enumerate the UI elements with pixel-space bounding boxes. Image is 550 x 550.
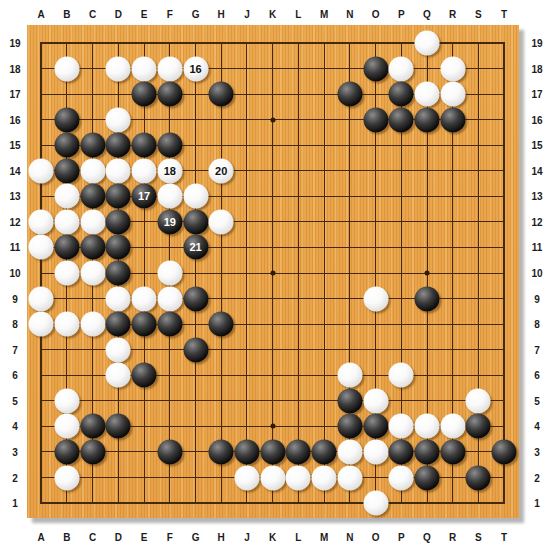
column-label-top: C [89, 9, 96, 20]
black-stone [132, 133, 157, 158]
black-stone [157, 312, 182, 337]
white-stone [337, 363, 362, 388]
move-number-label: 17 [138, 191, 150, 202]
move-number-label: 18 [164, 165, 176, 176]
row-label-right: 12 [531, 216, 542, 227]
white-stone [106, 337, 131, 362]
white-stone [106, 107, 131, 132]
white-stone-move-20: 20 [209, 158, 234, 183]
white-stone [54, 312, 79, 337]
black-stone [286, 439, 311, 464]
black-stone [492, 439, 517, 464]
column-label-top: D [115, 9, 122, 20]
column-label-top: O [372, 9, 380, 20]
black-stone [80, 235, 105, 260]
column-label-top: S [475, 9, 482, 20]
column-label-bottom: G [192, 532, 200, 543]
black-stone [440, 107, 465, 132]
black-stone [106, 209, 131, 234]
row-label-right: 15 [531, 140, 542, 151]
white-stone [54, 465, 79, 490]
white-stone [440, 414, 465, 439]
column-label-bottom: E [141, 532, 148, 543]
white-stone [54, 261, 79, 286]
black-stone [337, 414, 362, 439]
column-label-top: A [38, 9, 45, 20]
row-label-right: 4 [534, 421, 540, 432]
row-label-left: 19 [9, 38, 20, 49]
black-stone [415, 439, 440, 464]
black-stone [106, 312, 131, 337]
white-stone [363, 388, 388, 413]
row-label-right: 11 [532, 242, 543, 253]
row-label-right: 16 [531, 114, 542, 125]
row-label-left: 1 [12, 498, 18, 509]
black-stone [54, 158, 79, 183]
white-stone [80, 312, 105, 337]
black-stone [209, 312, 234, 337]
black-stone [389, 107, 414, 132]
row-label-right: 9 [534, 293, 540, 304]
white-stone [440, 56, 465, 81]
row-label-left: 6 [12, 370, 18, 381]
black-stone [466, 465, 491, 490]
white-stone [106, 363, 131, 388]
black-stone [337, 82, 362, 107]
column-label-bottom: D [115, 532, 122, 543]
grid-line-horizontal [40, 400, 505, 401]
column-label-top: R [449, 9, 456, 20]
column-label-top: E [141, 9, 148, 20]
grid-line-vertical [298, 42, 299, 504]
white-stone [106, 158, 131, 183]
white-stone [337, 465, 362, 490]
column-label-bottom: S [475, 532, 482, 543]
row-label-left: 3 [12, 446, 18, 457]
black-stone [106, 235, 131, 260]
white-stone [157, 261, 182, 286]
white-stone [132, 56, 157, 81]
column-label-bottom: N [346, 532, 353, 543]
column-label-bottom: K [269, 532, 276, 543]
white-stone [389, 414, 414, 439]
white-stone [29, 209, 54, 234]
row-label-left: 17 [9, 89, 20, 100]
black-stone [54, 235, 79, 260]
move-number-label: 20 [215, 165, 227, 176]
row-label-right: 13 [531, 191, 542, 202]
column-label-bottom: R [449, 532, 456, 543]
white-stone [80, 158, 105, 183]
column-label-bottom: F [167, 532, 173, 543]
column-label-top: M [320, 9, 328, 20]
column-label-bottom: Q [423, 532, 431, 543]
row-label-right: 17 [531, 89, 542, 100]
white-stone [312, 465, 337, 490]
row-label-left: 18 [9, 63, 20, 74]
black-stone [132, 82, 157, 107]
row-label-left: 8 [12, 319, 18, 330]
white-stone [389, 56, 414, 81]
black-stone [363, 107, 388, 132]
white-stone [132, 158, 157, 183]
white-stone [54, 388, 79, 413]
black-stone [337, 388, 362, 413]
grid-line-vertical [324, 42, 325, 504]
black-stone [183, 286, 208, 311]
column-label-top: T [501, 9, 507, 20]
row-label-right: 8 [534, 319, 540, 330]
white-stone [363, 286, 388, 311]
black-stone [209, 82, 234, 107]
row-label-right: 5 [534, 395, 540, 406]
star-point [270, 271, 275, 276]
white-stone [415, 31, 440, 56]
white-stone [209, 209, 234, 234]
row-label-left: 5 [12, 395, 18, 406]
white-stone [415, 414, 440, 439]
white-stone [80, 209, 105, 234]
column-label-bottom: T [501, 532, 507, 543]
column-label-bottom: H [218, 532, 225, 543]
go-board-diagram: AABBCCDDEEFFGGHHJJKKLLMMNNOOPPQQRRSSTT19… [0, 0, 550, 550]
black-stone [54, 107, 79, 132]
white-stone [389, 363, 414, 388]
star-point [425, 271, 430, 276]
black-stone [415, 465, 440, 490]
row-label-right: 19 [531, 38, 542, 49]
row-label-right: 6 [534, 370, 540, 381]
black-stone [132, 363, 157, 388]
row-label-left: 14 [9, 165, 20, 176]
column-label-bottom: M [320, 532, 328, 543]
white-stone [80, 261, 105, 286]
white-stone [337, 439, 362, 464]
grid-line-horizontal [40, 502, 505, 504]
black-stone [132, 312, 157, 337]
black-stone [183, 337, 208, 362]
row-label-left: 13 [9, 191, 20, 202]
white-stone [157, 56, 182, 81]
black-stone-move-21: 21 [183, 235, 208, 260]
white-stone [363, 439, 388, 464]
black-stone [389, 439, 414, 464]
black-stone [80, 414, 105, 439]
row-label-right: 10 [531, 268, 542, 279]
row-label-right: 7 [534, 344, 540, 355]
black-stone [363, 414, 388, 439]
row-label-left: 12 [9, 216, 20, 227]
white-stone [54, 209, 79, 234]
black-stone [260, 439, 285, 464]
row-label-left: 4 [12, 421, 18, 432]
black-stone-move-19: 19 [157, 209, 182, 234]
black-stone [389, 82, 414, 107]
white-stone [54, 184, 79, 209]
row-label-right: 18 [531, 63, 542, 74]
white-stone [29, 158, 54, 183]
column-label-top: H [218, 9, 225, 20]
move-number-label: 16 [189, 63, 201, 74]
white-stone [157, 184, 182, 209]
black-stone [363, 56, 388, 81]
black-stone [312, 439, 337, 464]
row-label-left: 2 [12, 472, 18, 483]
white-stone [260, 465, 285, 490]
row-label-right: 3 [534, 446, 540, 457]
black-stone [80, 439, 105, 464]
black-stone [157, 82, 182, 107]
row-label-left: 11 [10, 242, 21, 253]
white-stone [466, 388, 491, 413]
black-stone [80, 133, 105, 158]
white-stone-move-18: 18 [157, 158, 182, 183]
row-label-left: 15 [9, 140, 20, 151]
row-label-left: 7 [12, 344, 18, 355]
column-label-top: K [269, 9, 276, 20]
white-stone [363, 491, 388, 516]
white-stone [29, 286, 54, 311]
column-label-top: J [244, 9, 250, 20]
white-stone [286, 465, 311, 490]
move-number-label: 19 [164, 216, 176, 227]
row-label-right: 14 [531, 165, 542, 176]
black-stone [234, 439, 259, 464]
column-label-top: P [398, 9, 405, 20]
white-stone [29, 235, 54, 260]
row-label-left: 9 [12, 293, 18, 304]
column-label-bottom: P [398, 532, 405, 543]
column-label-top: L [295, 9, 301, 20]
white-stone-move-16: 16 [183, 56, 208, 81]
black-stone [415, 107, 440, 132]
black-stone [80, 184, 105, 209]
black-stone [440, 439, 465, 464]
white-stone [415, 82, 440, 107]
column-label-bottom: J [244, 532, 250, 543]
move-number-label: 21 [189, 242, 201, 253]
white-stone [440, 82, 465, 107]
column-label-top: N [346, 9, 353, 20]
black-stone [466, 414, 491, 439]
white-stone [157, 286, 182, 311]
column-label-bottom: L [295, 532, 301, 543]
column-label-bottom: B [63, 532, 70, 543]
star-point [270, 424, 275, 429]
black-stone [183, 209, 208, 234]
white-stone [106, 56, 131, 81]
column-label-top: G [192, 9, 200, 20]
column-label-top: Q [423, 9, 431, 20]
white-stone [389, 465, 414, 490]
row-label-right: 2 [534, 472, 540, 483]
white-stone [106, 286, 131, 311]
row-label-left: 16 [9, 114, 20, 125]
white-stone [54, 414, 79, 439]
black-stone-move-17: 17 [132, 184, 157, 209]
black-stone [157, 439, 182, 464]
white-stone [234, 465, 259, 490]
white-stone [29, 312, 54, 337]
black-stone [54, 133, 79, 158]
column-label-top: F [167, 9, 173, 20]
black-stone [106, 133, 131, 158]
black-stone [106, 184, 131, 209]
black-stone [106, 414, 131, 439]
black-stone [106, 261, 131, 286]
column-label-bottom: A [38, 532, 45, 543]
row-label-left: 10 [9, 268, 20, 279]
row-label-right: 1 [534, 498, 540, 509]
black-stone [54, 439, 79, 464]
column-label-top: B [63, 9, 70, 20]
grid-line-vertical [503, 42, 505, 504]
star-point [270, 117, 275, 122]
white-stone [132, 286, 157, 311]
white-stone [54, 56, 79, 81]
black-stone [157, 133, 182, 158]
column-label-bottom: C [89, 532, 96, 543]
white-stone [183, 184, 208, 209]
column-label-bottom: O [372, 532, 380, 543]
black-stone [209, 439, 234, 464]
black-stone [415, 286, 440, 311]
